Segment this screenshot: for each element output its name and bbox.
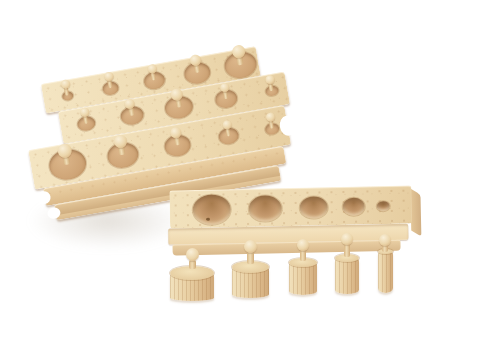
cylinder-socket bbox=[192, 194, 231, 225]
cylinder-socket bbox=[300, 196, 328, 219]
cylinder-top-face bbox=[289, 258, 317, 267]
cylinder-knob bbox=[103, 71, 113, 81]
loose-knobbed-cylinder bbox=[378, 251, 393, 293]
loose-knobbed-cylinder bbox=[289, 262, 317, 295]
cylinder-knob bbox=[189, 260, 196, 269]
cylinder-body bbox=[170, 273, 214, 301]
cylinder-body bbox=[378, 251, 393, 293]
cylinder-socket bbox=[343, 198, 365, 216]
cylinder-socket bbox=[376, 201, 389, 211]
loose-knobbed-cylinder bbox=[335, 258, 359, 294]
cylinder-socket bbox=[248, 195, 282, 222]
empty-block-end-face bbox=[410, 188, 421, 236]
cylinder-body bbox=[232, 267, 269, 298]
cylinder-top-face bbox=[170, 266, 214, 280]
cylinder-knob bbox=[264, 74, 274, 84]
loose-knobbed-cylinder bbox=[232, 267, 269, 298]
cylinder-top-face bbox=[335, 254, 359, 262]
cylinder-body bbox=[335, 258, 359, 294]
empty-block-top bbox=[169, 186, 412, 229]
cylinder-top-face bbox=[232, 261, 269, 273]
empty-cylinder-block bbox=[167, 181, 420, 258]
cylinder-body bbox=[289, 262, 317, 295]
cylinder-knob bbox=[265, 112, 275, 122]
loose-knobbed-cylinder bbox=[170, 273, 214, 301]
product-photo bbox=[0, 0, 480, 360]
socket-pin-mark bbox=[206, 218, 210, 221]
cylinder-knob bbox=[60, 79, 70, 89]
